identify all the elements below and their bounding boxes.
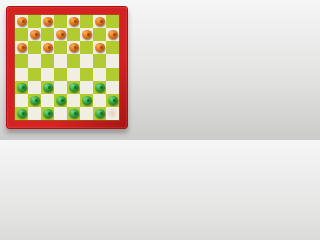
orange-piece[interactable]	[56, 30, 66, 39]
orange-piece[interactable]	[43, 17, 53, 26]
board-square[interactable]	[93, 41, 106, 54]
board-square[interactable]	[80, 107, 93, 120]
board-square[interactable]	[93, 81, 106, 94]
board-square[interactable]	[67, 41, 80, 54]
green-piece[interactable]	[82, 96, 92, 105]
orange-piece[interactable]	[43, 43, 53, 52]
green-piece[interactable]	[17, 83, 27, 92]
green-piece[interactable]	[95, 83, 105, 92]
board-square[interactable]	[15, 41, 28, 54]
board-square[interactable]	[54, 28, 67, 41]
board-square[interactable]	[93, 15, 106, 28]
board-square[interactable]	[15, 54, 28, 67]
board-square[interactable]	[93, 68, 106, 81]
board-square[interactable]	[106, 41, 119, 54]
board-square[interactable]	[67, 68, 80, 81]
orange-piece[interactable]	[95, 17, 105, 26]
board-square[interactable]	[80, 28, 93, 41]
board-square[interactable]	[54, 68, 67, 81]
board-square[interactable]	[15, 15, 28, 28]
board-square[interactable]	[106, 28, 119, 41]
board-square[interactable]	[80, 54, 93, 67]
board-square[interactable]	[54, 15, 67, 28]
board-square[interactable]	[41, 94, 54, 107]
photo-background	[0, 0, 135, 140]
board-square[interactable]	[28, 41, 41, 54]
board-square[interactable]	[67, 15, 80, 28]
board-square[interactable]	[54, 81, 67, 94]
green-piece[interactable]	[69, 83, 79, 92]
green-piece[interactable]	[108, 96, 118, 105]
board-square[interactable]	[93, 107, 106, 120]
green-piece[interactable]	[95, 109, 105, 118]
board-square[interactable]	[28, 94, 41, 107]
board-square[interactable]	[106, 54, 119, 67]
board-square[interactable]	[41, 54, 54, 67]
board-square[interactable]	[67, 107, 80, 120]
board-square[interactable]	[67, 54, 80, 67]
green-piece[interactable]	[56, 96, 66, 105]
board-square[interactable]	[93, 54, 106, 67]
green-piece[interactable]	[43, 109, 53, 118]
board-square[interactable]	[93, 94, 106, 107]
board-square[interactable]	[41, 68, 54, 81]
board-square[interactable]	[15, 94, 28, 107]
checkers-board	[15, 15, 119, 120]
board-square[interactable]	[15, 81, 28, 94]
board-square[interactable]	[106, 94, 119, 107]
orange-piece[interactable]	[69, 17, 79, 26]
board-square[interactable]	[28, 81, 41, 94]
green-piece[interactable]	[17, 109, 27, 118]
board-square[interactable]	[15, 28, 28, 41]
board-frame	[6, 6, 128, 129]
board-square[interactable]	[28, 68, 41, 81]
board-square[interactable]	[41, 81, 54, 94]
board-square[interactable]	[54, 54, 67, 67]
orange-piece[interactable]	[95, 43, 105, 52]
board-square[interactable]	[54, 94, 67, 107]
board-square[interactable]	[54, 107, 67, 120]
board-square[interactable]	[67, 28, 80, 41]
board-square[interactable]	[80, 41, 93, 54]
board-square[interactable]	[80, 81, 93, 94]
board-square[interactable]	[106, 15, 119, 28]
orange-piece[interactable]	[82, 30, 92, 39]
board-square[interactable]	[28, 28, 41, 41]
board-square[interactable]	[28, 15, 41, 28]
faint-watermark	[107, 108, 118, 119]
green-piece[interactable]	[43, 83, 53, 92]
orange-piece[interactable]	[108, 30, 118, 39]
board-square[interactable]	[93, 28, 106, 41]
board-square[interactable]	[67, 81, 80, 94]
board-square[interactable]	[28, 54, 41, 67]
board-square[interactable]	[15, 68, 28, 81]
board-square[interactable]	[41, 107, 54, 120]
board-square[interactable]	[41, 15, 54, 28]
board-square[interactable]	[80, 15, 93, 28]
board-square[interactable]	[41, 28, 54, 41]
green-piece[interactable]	[30, 96, 40, 105]
board-square[interactable]	[106, 81, 119, 94]
board-square[interactable]	[106, 107, 119, 120]
board-square[interactable]	[54, 41, 67, 54]
board-square[interactable]	[80, 68, 93, 81]
board-square[interactable]	[28, 107, 41, 120]
orange-piece[interactable]	[17, 43, 27, 52]
board-square[interactable]	[80, 94, 93, 107]
board-square[interactable]	[106, 68, 119, 81]
orange-piece[interactable]	[30, 30, 40, 39]
green-piece[interactable]	[69, 109, 79, 118]
board-square[interactable]	[67, 94, 80, 107]
orange-piece[interactable]	[69, 43, 79, 52]
board-square[interactable]	[15, 107, 28, 120]
board-square[interactable]	[41, 41, 54, 54]
orange-piece[interactable]	[17, 17, 27, 26]
